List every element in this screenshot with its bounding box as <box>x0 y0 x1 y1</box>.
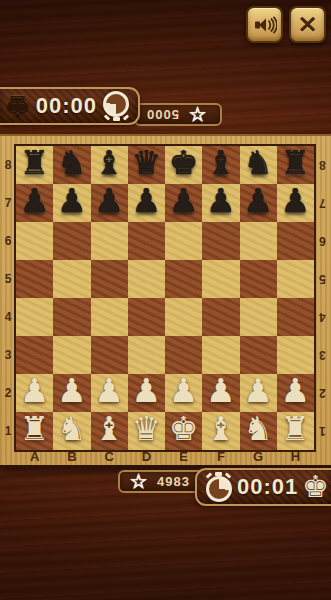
square-f3[interactable] <box>202 336 239 374</box>
black-timer-bar: ♚ 00:00 <box>0 87 140 125</box>
white-pawn[interactable]: ♟ <box>53 371 90 409</box>
white-bishop[interactable]: ♝ <box>202 409 239 447</box>
white-queen[interactable]: ♛ <box>128 409 165 447</box>
black-pawn[interactable]: ♟ <box>53 181 90 219</box>
square-e8[interactable]: ♚ <box>165 146 202 184</box>
square-b4[interactable] <box>53 298 90 336</box>
square-b6[interactable] <box>53 222 90 260</box>
star-icon: ☆ <box>189 105 206 124</box>
rank-label-8: 8 <box>314 146 331 184</box>
square-h4[interactable] <box>277 298 314 336</box>
black-time: 00:00 <box>36 93 97 119</box>
black-pawn[interactable]: ♟ <box>128 181 165 219</box>
black-pawn[interactable]: ♟ <box>202 181 239 219</box>
square-d7[interactable]: ♟ <box>128 184 165 222</box>
chess-board: 87654321 87654321 ABCDEFGH ♜♞♝♛♚♝♞♜♟♟♟♟♟… <box>0 134 331 468</box>
white-pawn[interactable]: ♟ <box>16 371 53 409</box>
black-knight[interactable]: ♞ <box>53 143 90 181</box>
square-a2[interactable]: ♟ <box>16 374 53 412</box>
square-a3[interactable] <box>16 336 53 374</box>
white-bishop[interactable]: ♝ <box>91 409 128 447</box>
square-b1[interactable]: ♞ <box>53 412 90 450</box>
white-rook[interactable]: ♜ <box>16 409 53 447</box>
black-queen[interactable]: ♛ <box>128 143 165 181</box>
white-king-icon: ♚ <box>302 472 329 502</box>
white-king[interactable]: ♚ <box>165 409 202 447</box>
square-g3[interactable] <box>240 336 277 374</box>
black-pawn[interactable]: ♟ <box>277 181 314 219</box>
square-c3[interactable] <box>91 336 128 374</box>
rank-label-4: 4 <box>314 298 331 336</box>
black-bishop[interactable]: ♝ <box>202 143 239 181</box>
square-h6[interactable] <box>277 222 314 260</box>
square-a5[interactable] <box>16 260 53 298</box>
square-g2[interactable]: ♟ <box>240 374 277 412</box>
square-f8[interactable]: ♝ <box>202 146 239 184</box>
board-squares: ♜♞♝♛♚♝♞♜♟♟♟♟♟♟♟♟♟♟♟♟♟♟♟♟♜♞♝♛♚♝♞♜ <box>14 144 316 452</box>
black-knight[interactable]: ♞ <box>240 143 277 181</box>
square-e6[interactable] <box>165 222 202 260</box>
square-d8[interactable]: ♛ <box>128 146 165 184</box>
sound-button[interactable] <box>246 6 283 43</box>
white-pawn[interactable]: ♟ <box>91 371 128 409</box>
square-b5[interactable] <box>53 260 90 298</box>
square-b8[interactable]: ♞ <box>53 146 90 184</box>
square-f4[interactable] <box>202 298 239 336</box>
square-f7[interactable]: ♟ <box>202 184 239 222</box>
square-f6[interactable] <box>202 222 239 260</box>
square-b2[interactable]: ♟ <box>53 374 90 412</box>
square-a8[interactable]: ♜ <box>16 146 53 184</box>
white-pawn[interactable]: ♟ <box>202 371 239 409</box>
square-f2[interactable]: ♟ <box>202 374 239 412</box>
square-d5[interactable] <box>128 260 165 298</box>
rank-label-1: 1 <box>314 412 331 450</box>
square-a4[interactable] <box>16 298 53 336</box>
close-button[interactable]: ✕ <box>289 6 326 43</box>
black-pawn[interactable]: ♟ <box>165 181 202 219</box>
square-g8[interactable]: ♞ <box>240 146 277 184</box>
star-icon: ☆ <box>130 472 147 491</box>
black-king-icon: ♚ <box>4 91 31 121</box>
black-score: 5000 <box>146 107 179 122</box>
black-pawn[interactable]: ♟ <box>91 181 128 219</box>
white-knight[interactable]: ♞ <box>53 409 90 447</box>
black-pawn[interactable]: ♟ <box>16 181 53 219</box>
square-c1[interactable]: ♝ <box>91 412 128 450</box>
square-e1[interactable]: ♚ <box>165 412 202 450</box>
square-d2[interactable]: ♟ <box>128 374 165 412</box>
square-e5[interactable] <box>165 260 202 298</box>
square-a1[interactable]: ♜ <box>16 412 53 450</box>
black-bishop[interactable]: ♝ <box>91 143 128 181</box>
white-pawn[interactable]: ♟ <box>240 371 277 409</box>
square-h5[interactable] <box>277 260 314 298</box>
rank-labels-right: 87654321 <box>314 146 331 450</box>
square-d6[interactable] <box>128 222 165 260</box>
white-pawn[interactable]: ♟ <box>277 371 314 409</box>
white-pawn[interactable]: ♟ <box>128 371 165 409</box>
square-h2[interactable]: ♟ <box>277 374 314 412</box>
rank-label-2: 2 <box>314 374 331 412</box>
square-a7[interactable]: ♟ <box>16 184 53 222</box>
close-icon: ✕ <box>297 13 317 37</box>
square-c6[interactable] <box>91 222 128 260</box>
rank-label-6: 6 <box>314 222 331 260</box>
square-g4[interactable] <box>240 298 277 336</box>
square-e7[interactable]: ♟ <box>165 184 202 222</box>
square-e4[interactable] <box>165 298 202 336</box>
square-h8[interactable]: ♜ <box>277 146 314 184</box>
rank-label-5: 5 <box>314 260 331 298</box>
white-time: 00:01 <box>237 474 298 500</box>
square-f5[interactable] <box>202 260 239 298</box>
speaker-icon <box>253 14 277 36</box>
square-c5[interactable] <box>91 260 128 298</box>
square-e3[interactable] <box>165 336 202 374</box>
square-f1[interactable]: ♝ <box>202 412 239 450</box>
square-g5[interactable] <box>240 260 277 298</box>
black-score-bar: 5000 ☆ <box>134 103 222 126</box>
white-knight[interactable]: ♞ <box>240 409 277 447</box>
square-c7[interactable]: ♟ <box>91 184 128 222</box>
rank-label-7: 7 <box>314 184 331 222</box>
white-score: 4983 <box>157 474 190 489</box>
square-b7[interactable]: ♟ <box>53 184 90 222</box>
black-king[interactable]: ♚ <box>165 143 202 181</box>
white-score-bar: ☆ 4983 <box>118 470 206 493</box>
square-b3[interactable] <box>53 336 90 374</box>
square-g1[interactable]: ♞ <box>240 412 277 450</box>
white-pawn[interactable]: ♟ <box>165 371 202 409</box>
square-g7[interactable]: ♟ <box>240 184 277 222</box>
black-rook[interactable]: ♜ <box>277 143 314 181</box>
stopwatch-icon <box>205 472 233 502</box>
white-rook[interactable]: ♜ <box>277 409 314 447</box>
black-pawn[interactable]: ♟ <box>240 181 277 219</box>
rank-label-3: 3 <box>314 336 331 374</box>
stopwatch-icon <box>102 91 130 121</box>
square-h3[interactable] <box>277 336 314 374</box>
square-g6[interactable] <box>240 222 277 260</box>
square-c4[interactable] <box>91 298 128 336</box>
square-d4[interactable] <box>128 298 165 336</box>
square-d1[interactable]: ♛ <box>128 412 165 450</box>
square-e2[interactable]: ♟ <box>165 374 202 412</box>
square-h1[interactable]: ♜ <box>277 412 314 450</box>
square-d3[interactable] <box>128 336 165 374</box>
black-rook[interactable]: ♜ <box>16 143 53 181</box>
square-c8[interactable]: ♝ <box>91 146 128 184</box>
game-screen: ✕ 5000 ☆ ♚ 00:00 87654321 87654321 ABCDE… <box>0 0 331 600</box>
square-h7[interactable]: ♟ <box>277 184 314 222</box>
square-c2[interactable]: ♟ <box>91 374 128 412</box>
square-a6[interactable] <box>16 222 53 260</box>
white-timer-bar: 00:01 ♚ <box>195 468 331 506</box>
